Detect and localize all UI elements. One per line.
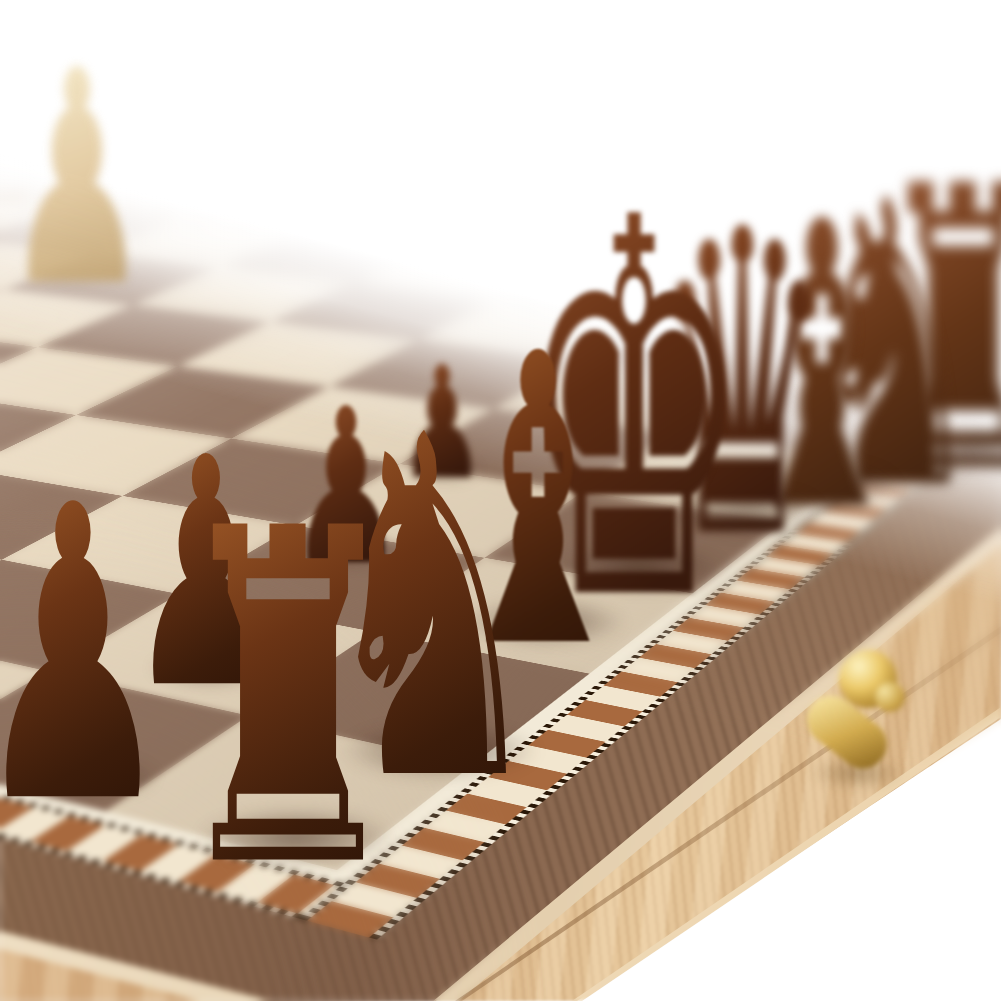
chess-board xyxy=(0,182,1001,940)
chess-photo-scene: Wooden folding chess set, starting posit… xyxy=(0,0,1001,1001)
board-perspective-camera xyxy=(0,0,1001,1001)
